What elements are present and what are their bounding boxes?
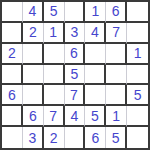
cell-r7c2[interactable]: 3 [23, 127, 44, 148]
cell-r5c2[interactable] [23, 85, 44, 106]
cell-r6c1[interactable] [2, 106, 23, 127]
cell-r1c3[interactable]: 5 [44, 2, 65, 23]
cell-r2c1[interactable] [2, 23, 23, 44]
cell-r3c3[interactable] [44, 44, 65, 65]
cell-r2c6[interactable]: 7 [106, 23, 127, 44]
cell-r7c3[interactable]: 2 [44, 127, 65, 148]
given-digit: 1 [91, 4, 99, 18]
given-digit: 3 [71, 25, 79, 39]
cell-r5c7[interactable]: 5 [127, 85, 148, 106]
cell-r7c5[interactable]: 6 [85, 127, 106, 148]
cell-r1c6[interactable]: 6 [106, 2, 127, 23]
cell-r3c7[interactable]: 1 [127, 44, 148, 65]
given-digit: 2 [29, 25, 37, 39]
cell-r7c4[interactable] [65, 127, 86, 148]
given-digit: 4 [71, 109, 79, 123]
cell-r3c4[interactable]: 6 [65, 44, 86, 65]
given-digit: 3 [28, 131, 36, 145]
cell-r4c7[interactable] [127, 65, 148, 86]
given-digit: 1 [112, 109, 120, 123]
cell-r4c1[interactable] [2, 65, 23, 86]
given-digit: 4 [91, 25, 99, 39]
given-digit: 2 [8, 46, 16, 60]
given-digit: 7 [49, 109, 57, 123]
cell-r5c5[interactable] [85, 85, 106, 106]
cell-r5c6[interactable] [106, 85, 127, 106]
cell-r4c2[interactable] [23, 65, 44, 86]
cell-r4c4[interactable]: 5 [65, 65, 86, 86]
given-digit: 4 [28, 4, 36, 18]
given-digit: 1 [49, 25, 57, 39]
cell-r1c5[interactable]: 1 [85, 2, 106, 23]
given-digit: 6 [91, 131, 99, 145]
cell-r2c3[interactable]: 1 [44, 23, 65, 44]
given-digit: 1 [134, 46, 142, 60]
cell-r4c3[interactable] [44, 65, 65, 86]
cell-r4c5[interactable] [85, 65, 106, 86]
given-digit: 2 [50, 131, 58, 145]
given-digit: 6 [112, 4, 120, 18]
cell-r1c2[interactable]: 4 [23, 2, 44, 23]
cell-r1c1[interactable] [2, 2, 23, 23]
given-digit: 5 [50, 4, 58, 18]
cell-r1c4[interactable] [65, 2, 86, 23]
cell-r3c6[interactable] [106, 44, 127, 65]
cell-r6c4[interactable]: 4 [65, 106, 86, 127]
cell-r2c5[interactable]: 4 [85, 23, 106, 44]
cell-r6c7[interactable] [127, 106, 148, 127]
given-digit: 7 [112, 25, 120, 39]
cell-r6c3[interactable]: 7 [44, 106, 65, 127]
cell-r3c2[interactable] [23, 44, 44, 65]
cell-r7c7[interactable] [127, 127, 148, 148]
given-digit: 6 [29, 109, 37, 123]
cell-r2c7[interactable] [127, 23, 148, 44]
cell-r2c2[interactable]: 2 [23, 23, 44, 44]
cell-r3c5[interactable] [85, 44, 106, 65]
given-digit: 5 [71, 67, 79, 81]
given-digit: 5 [91, 109, 99, 123]
cell-r6c6[interactable]: 1 [106, 106, 127, 127]
cell-r1c7[interactable] [127, 2, 148, 23]
given-digit: 5 [112, 131, 120, 145]
cell-r7c1[interactable] [2, 127, 23, 148]
given-digit: 6 [70, 46, 78, 60]
cell-r5c3[interactable] [44, 85, 65, 106]
cell-r5c1[interactable]: 6 [2, 85, 23, 106]
cell-r6c5[interactable]: 5 [85, 106, 106, 127]
sudoku-board: 4516213472615675674513265 [0, 0, 150, 150]
cell-r4c6[interactable] [106, 65, 127, 86]
given-digit: 6 [8, 88, 16, 102]
cell-r3c1[interactable]: 2 [2, 44, 23, 65]
cell-r2c4[interactable]: 3 [65, 23, 86, 44]
cell-r6c2[interactable]: 6 [23, 106, 44, 127]
cell-r5c4[interactable]: 7 [65, 85, 86, 106]
given-digit: 7 [70, 88, 78, 102]
given-digit: 5 [134, 88, 142, 102]
cell-r7c6[interactable]: 5 [106, 127, 127, 148]
